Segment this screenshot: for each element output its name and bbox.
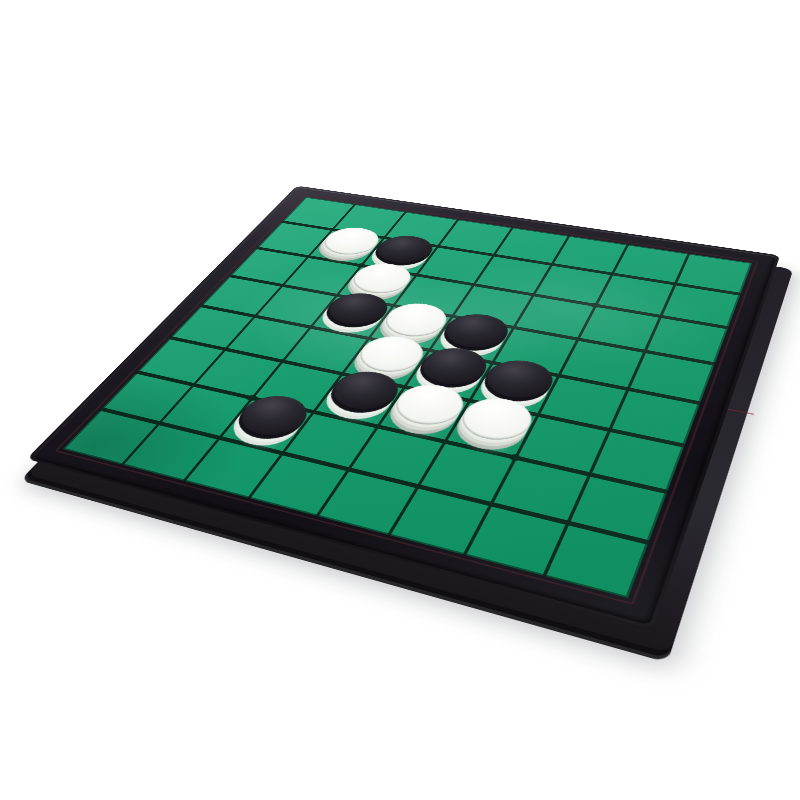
board-3d [63, 197, 752, 598]
othello-board-photo [0, 0, 800, 800]
board-felt [63, 197, 752, 598]
